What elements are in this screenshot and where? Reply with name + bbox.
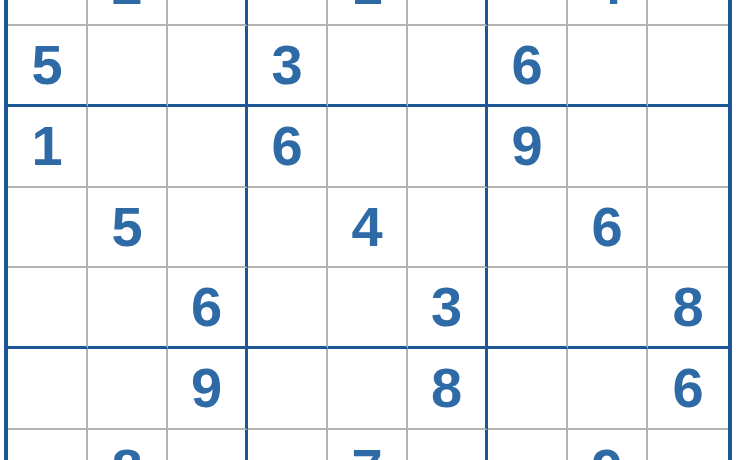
cell-r7c3[interactable]: 9 xyxy=(168,349,248,430)
cell-r4c8[interactable] xyxy=(568,107,648,188)
cell-r7c2[interactable] xyxy=(88,349,168,430)
cell-r3c7[interactable]: 6 xyxy=(488,26,568,107)
cell-r6c1[interactable] xyxy=(8,268,88,349)
cell-r8c8[interactable]: 9 xyxy=(568,430,648,460)
cell-r8c9[interactable] xyxy=(648,430,728,460)
cell-r2c7[interactable] xyxy=(488,0,568,26)
cell-r6c7[interactable] xyxy=(488,268,568,349)
cell-r4c7[interactable]: 9 xyxy=(488,107,568,188)
cell-r8c5[interactable]: 7 xyxy=(328,430,408,460)
cell-r7c4[interactable] xyxy=(248,349,328,430)
cell-r7c7[interactable] xyxy=(488,349,568,430)
cell-r5c1[interactable] xyxy=(8,188,88,269)
cell-r5c8[interactable]: 6 xyxy=(568,188,648,269)
cell-r3c6[interactable] xyxy=(408,26,488,107)
cell-r7c9[interactable]: 6 xyxy=(648,349,728,430)
cell-r5c3[interactable] xyxy=(168,188,248,269)
cell-r4c6[interactable] xyxy=(408,107,488,188)
cell-r3c9[interactable] xyxy=(648,26,728,107)
cell-r4c3[interactable] xyxy=(168,107,248,188)
cell-r7c8[interactable] xyxy=(568,349,648,430)
cell-r8c4[interactable] xyxy=(248,430,328,460)
cell-r2c2[interactable]: 2 xyxy=(88,0,168,26)
cell-r2c5[interactable]: 1 xyxy=(328,0,408,26)
cell-r5c2[interactable]: 5 xyxy=(88,188,168,269)
cell-r2c4[interactable] xyxy=(248,0,328,26)
cell-r3c3[interactable] xyxy=(168,26,248,107)
cell-r6c4[interactable] xyxy=(248,268,328,349)
cell-r5c7[interactable] xyxy=(488,188,568,269)
cell-r8c7[interactable] xyxy=(488,430,568,460)
cell-r3c1[interactable]: 5 xyxy=(8,26,88,107)
cell-r2c8[interactable]: 4 xyxy=(568,0,648,26)
cell-r6c6[interactable]: 3 xyxy=(408,268,488,349)
cell-r8c6[interactable] xyxy=(408,430,488,460)
cell-r2c3[interactable] xyxy=(168,0,248,26)
cell-r5c5[interactable]: 4 xyxy=(328,188,408,269)
cell-r7c6[interactable]: 8 xyxy=(408,349,488,430)
cell-r3c8[interactable] xyxy=(568,26,648,107)
cell-r2c6[interactable] xyxy=(408,0,488,26)
cell-r6c2[interactable] xyxy=(88,268,168,349)
cell-r2c1[interactable] xyxy=(8,0,88,26)
cell-r8c2[interactable]: 8 xyxy=(88,430,168,460)
cell-r8c3[interactable] xyxy=(168,430,248,460)
cell-r3c5[interactable] xyxy=(328,26,408,107)
cell-r5c6[interactable] xyxy=(408,188,488,269)
cell-r6c5[interactable] xyxy=(328,268,408,349)
cell-r7c5[interactable] xyxy=(328,349,408,430)
cell-r5c9[interactable] xyxy=(648,188,728,269)
cell-r6c9[interactable]: 8 xyxy=(648,268,728,349)
cell-r4c5[interactable] xyxy=(328,107,408,188)
cell-r2c9[interactable] xyxy=(648,0,728,26)
cell-r6c8[interactable] xyxy=(568,268,648,349)
sudoku-board: 214536169546638986879 xyxy=(4,0,732,460)
sudoku-page: 214536169546638986879 xyxy=(0,0,736,460)
cell-r5c4[interactable] xyxy=(248,188,328,269)
cell-r8c1[interactable] xyxy=(8,430,88,460)
cell-r4c2[interactable] xyxy=(88,107,168,188)
cell-r6c3[interactable]: 6 xyxy=(168,268,248,349)
cell-r4c4[interactable]: 6 xyxy=(248,107,328,188)
cell-r4c9[interactable] xyxy=(648,107,728,188)
cell-r3c2[interactable] xyxy=(88,26,168,107)
cell-r7c1[interactable] xyxy=(8,349,88,430)
cell-r4c1[interactable]: 1 xyxy=(8,107,88,188)
cell-r3c4[interactable]: 3 xyxy=(248,26,328,107)
